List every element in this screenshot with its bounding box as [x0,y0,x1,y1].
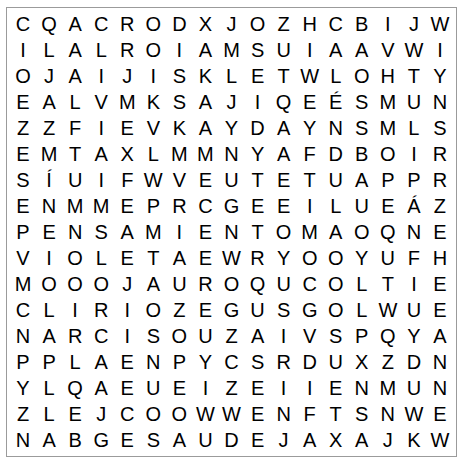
grid-cell-r9c2[interactable]: E [36,219,62,245]
grid-cell-r1c16[interactable]: J [401,11,427,37]
grid-cell-r6c8[interactable]: M [192,141,218,167]
grid-cell-r16c8[interactable]: W [192,401,218,427]
grid-cell-r14c12[interactable]: D [297,349,323,375]
grid-cell-r5c16[interactable]: L [401,115,427,141]
grid-cell-r5c11[interactable]: A [271,115,297,141]
grid-cell-r11c12[interactable]: C [297,271,323,297]
grid-cell-r6c2[interactable]: M [36,141,62,167]
grid-cell-r17c16[interactable]: K [401,427,427,453]
grid-cell-r9c14[interactable]: O [349,219,375,245]
grid-cell-r13c16[interactable]: Y [401,323,427,349]
grid-cell-r14c2[interactable]: P [36,349,62,375]
grid-cell-r7c4[interactable]: I [88,167,114,193]
grid-cell-r11c4[interactable]: O [88,271,114,297]
grid-cell-r5c5[interactable]: E [114,115,140,141]
grid-cell-r13c9[interactable]: Z [218,323,244,349]
grid-cell-r2c4[interactable]: L [88,37,114,63]
grid-cell-r13c17[interactable]: A [427,323,453,349]
grid-cell-r2c2[interactable]: L [36,37,62,63]
grid-cell-r7c12[interactable]: T [297,167,323,193]
grid-cell-r1c8[interactable]: X [192,11,218,37]
grid-cell-r11c1[interactable]: M [10,271,36,297]
grid-cell-r5c3[interactable]: F [62,115,88,141]
grid-cell-r17c14[interactable]: A [349,427,375,453]
grid-cell-r11c2[interactable]: O [36,271,62,297]
word-search-grid: CQACRODXJOZHCBIJWILALROIAMSUIAAVWIOJAIJI… [10,11,453,453]
grid-cell-r9c10[interactable]: T [245,219,271,245]
grid-cell-r7c15[interactable]: P [375,167,401,193]
grid-cell-r12c17[interactable]: E [427,297,453,323]
grid-cell-r1c13[interactable]: C [323,11,349,37]
grid-cell-r2c6[interactable]: O [140,37,166,63]
grid-cell-r8c4[interactable]: M [88,193,114,219]
grid-cell-r17c11[interactable]: J [271,427,297,453]
grid-cell-r2c7[interactable]: I [166,37,192,63]
grid-cell-r11c7[interactable]: U [166,271,192,297]
grid-cell-r4c3[interactable]: L [62,89,88,115]
grid-cell-r3c2[interactable]: J [36,63,62,89]
grid-cell-r2c14[interactable]: A [349,37,375,63]
grid-cell-r15c12[interactable]: I [297,375,323,401]
grid-cell-r17c8[interactable]: U [192,427,218,453]
grid-cell-r8c16[interactable]: Á [401,193,427,219]
grid-cell-r14c16[interactable]: D [401,349,427,375]
grid-cell-r17c17[interactable]: W [427,427,453,453]
grid-cell-r1c6[interactable]: O [140,11,166,37]
grid-cell-r3c3[interactable]: A [62,63,88,89]
grid-cell-r9c13[interactable]: A [323,219,349,245]
grid-cell-r10c3[interactable]: O [62,245,88,271]
grid-cell-r12c2[interactable]: L [36,297,62,323]
grid-cell-r6c7[interactable]: M [166,141,192,167]
grid-cell-r14c13[interactable]: U [323,349,349,375]
grid-cell-r6c13[interactable]: D [323,141,349,167]
grid-cell-r1c15[interactable]: I [375,11,401,37]
grid-cell-r17c5[interactable]: E [114,427,140,453]
grid-cell-r17c6[interactable]: S [140,427,166,453]
grid-cell-r4c4[interactable]: V [88,89,114,115]
grid-cell-r6c17[interactable]: R [427,141,453,167]
grid-cell-r6c11[interactable]: A [271,141,297,167]
grid-cell-r16c7[interactable]: O [166,401,192,427]
grid-cell-r11c11[interactable]: U [271,271,297,297]
grid-cell-r1c10[interactable]: O [245,11,271,37]
grid-cell-r14c6[interactable]: N [140,349,166,375]
grid-cell-r1c12[interactable]: H [297,11,323,37]
grid-cell-r13c6[interactable]: S [140,323,166,349]
grid-cell-r5c4[interactable]: I [88,115,114,141]
word-search-board: CQACRODXJOZHCBIJWILALROIAMSUIAAVWIOJAIJI… [6,7,457,457]
grid-cell-r10c8[interactable]: E [192,245,218,271]
grid-cell-r10c6[interactable]: T [140,245,166,271]
grid-cell-r7c5[interactable]: F [114,167,140,193]
grid-cell-r12c11[interactable]: S [271,297,297,323]
grid-cell-r13c12[interactable]: V [297,323,323,349]
grid-cell-r7c16[interactable]: P [401,167,427,193]
grid-cell-r9c8[interactable]: E [192,219,218,245]
grid-cell-r8c9[interactable]: G [218,193,244,219]
grid-cell-r4c13[interactable]: É [323,89,349,115]
grid-cell-r16c3[interactable]: E [62,401,88,427]
grid-cell-r4c5[interactable]: M [114,89,140,115]
grid-cell-r10c12[interactable]: O [297,245,323,271]
grid-cell-r13c1[interactable]: N [10,323,36,349]
grid-cell-r5c14[interactable]: S [349,115,375,141]
grid-cell-r11c10[interactable]: Q [245,271,271,297]
grid-cell-r5c6[interactable]: V [140,115,166,141]
grid-cell-r13c13[interactable]: S [323,323,349,349]
grid-cell-r11c5[interactable]: J [114,271,140,297]
grid-cell-r12c16[interactable]: U [401,297,427,323]
grid-cell-r6c9[interactable]: N [218,141,244,167]
grid-cell-r17c1[interactable]: N [10,427,36,453]
grid-cell-r12c1[interactable]: C [10,297,36,323]
grid-cell-r8c12[interactable]: I [297,193,323,219]
grid-cell-r8c6[interactable]: P [140,193,166,219]
grid-cell-r16c4[interactable]: J [88,401,114,427]
grid-cell-r8c3[interactable]: M [62,193,88,219]
grid-cell-r10c14[interactable]: Y [349,245,375,271]
grid-cell-r2c3[interactable]: A [62,37,88,63]
grid-cell-r6c4[interactable]: A [88,141,114,167]
grid-cell-r15c14[interactable]: N [349,375,375,401]
grid-cell-r3c4[interactable]: I [88,63,114,89]
grid-cell-r10c13[interactable]: O [323,245,349,271]
grid-cell-r16c6[interactable]: O [140,401,166,427]
grid-cell-r10c16[interactable]: F [401,245,427,271]
grid-cell-r1c17[interactable]: W [427,11,453,37]
grid-cell-r17c13[interactable]: X [323,427,349,453]
grid-cell-r2c10[interactable]: S [245,37,271,63]
grid-cell-r1c2[interactable]: Q [36,11,62,37]
grid-cell-r7c1[interactable]: S [10,167,36,193]
grid-cell-r8c14[interactable]: U [349,193,375,219]
grid-cell-r16c17[interactable]: E [427,401,453,427]
grid-cell-r13c8[interactable]: U [192,323,218,349]
grid-cell-r12c7[interactable]: Z [166,297,192,323]
grid-cell-r1c5[interactable]: R [114,11,140,37]
grid-cell-r9c5[interactable]: A [114,219,140,245]
grid-cell-r16c12[interactable]: F [297,401,323,427]
grid-cell-r15c1[interactable]: Y [10,375,36,401]
grid-cell-r4c12[interactable]: E [297,89,323,115]
grid-cell-r8c7[interactable]: R [166,193,192,219]
grid-cell-r10c5[interactable]: E [114,245,140,271]
grid-cell-r11c13[interactable]: O [323,271,349,297]
grid-cell-r15c7[interactable]: E [166,375,192,401]
grid-cell-r3c11[interactable]: T [271,63,297,89]
grid-cell-r16c13[interactable]: T [323,401,349,427]
grid-cell-r17c15[interactable]: J [375,427,401,453]
grid-cell-r2c15[interactable]: V [375,37,401,63]
grid-cell-r3c8[interactable]: K [192,63,218,89]
grid-cell-r11c14[interactable]: L [349,271,375,297]
grid-cell-r4c11[interactable]: Q [271,89,297,115]
grid-cell-r14c11[interactable]: R [271,349,297,375]
grid-cell-r12c9[interactable]: G [218,297,244,323]
grid-cell-r8c2[interactable]: N [36,193,62,219]
grid-cell-r5c7[interactable]: K [166,115,192,141]
grid-cell-r15c8[interactable]: I [192,375,218,401]
grid-cell-r6c14[interactable]: B [349,141,375,167]
grid-cell-r5c2[interactable]: Z [36,115,62,141]
grid-cell-r9c17[interactable]: E [427,219,453,245]
grid-cell-r2c5[interactable]: R [114,37,140,63]
grid-cell-r2c11[interactable]: U [271,37,297,63]
grid-cell-r16c16[interactable]: W [401,401,427,427]
grid-cell-r13c11[interactable]: I [271,323,297,349]
grid-cell-r15c17[interactable]: N [427,375,453,401]
grid-cell-r6c15[interactable]: O [375,141,401,167]
grid-cell-r14c15[interactable]: Z [375,349,401,375]
grid-cell-r14c1[interactable]: P [10,349,36,375]
grid-cell-r7c6[interactable]: W [140,167,166,193]
grid-cell-r8c17[interactable]: Z [427,193,453,219]
grid-cell-r7c11[interactable]: E [271,167,297,193]
grid-cell-r3c7[interactable]: S [166,63,192,89]
grid-cell-r4c14[interactable]: S [349,89,375,115]
grid-cell-r12c6[interactable]: O [140,297,166,323]
grid-cell-r7c17[interactable]: R [427,167,453,193]
grid-cell-r11c16[interactable]: I [401,271,427,297]
grid-cell-r14c17[interactable]: N [427,349,453,375]
grid-cell-r1c4[interactable]: C [88,11,114,37]
grid-cell-r10c7[interactable]: A [166,245,192,271]
grid-cell-r8c1[interactable]: E [10,193,36,219]
grid-cell-r15c6[interactable]: U [140,375,166,401]
grid-cell-r2c16[interactable]: W [401,37,427,63]
grid-cell-r7c8[interactable]: E [192,167,218,193]
grid-cell-r9c1[interactable]: P [10,219,36,245]
grid-cell-r12c4[interactable]: R [88,297,114,323]
grid-cell-r10c10[interactable]: R [245,245,271,271]
grid-cell-r3c6[interactable]: I [140,63,166,89]
grid-cell-r4c9[interactable]: J [218,89,244,115]
grid-cell-r16c2[interactable]: L [36,401,62,427]
grid-cell-r15c2[interactable]: L [36,375,62,401]
grid-cell-r9c9[interactable]: N [218,219,244,245]
grid-cell-r5c8[interactable]: A [192,115,218,141]
grid-cell-r9c7[interactable]: I [166,219,192,245]
grid-cell-r15c3[interactable]: Q [62,375,88,401]
grid-cell-r9c3[interactable]: N [62,219,88,245]
grid-cell-r3c14[interactable]: O [349,63,375,89]
grid-cell-r16c1[interactable]: Z [10,401,36,427]
grid-cell-r6c5[interactable]: X [114,141,140,167]
grid-cell-r3c9[interactable]: L [218,63,244,89]
grid-cell-r12c14[interactable]: L [349,297,375,323]
grid-cell-r4c7[interactable]: S [166,89,192,115]
grid-cell-r1c14[interactable]: B [349,11,375,37]
grid-cell-r4c1[interactable]: E [10,89,36,115]
grid-cell-r15c5[interactable]: E [114,375,140,401]
grid-cell-r1c1[interactable]: C [10,11,36,37]
grid-cell-r14c10[interactable]: S [245,349,271,375]
grid-cell-r7c10[interactable]: T [245,167,271,193]
grid-cell-r14c4[interactable]: A [88,349,114,375]
grid-cell-r16c5[interactable]: C [114,401,140,427]
grid-cell-r12c3[interactable]: I [62,297,88,323]
grid-cell-r1c3[interactable]: A [62,11,88,37]
grid-cell-r9c11[interactable]: O [271,219,297,245]
grid-cell-r7c7[interactable]: V [166,167,192,193]
grid-cell-r8c8[interactable]: C [192,193,218,219]
grid-cell-r16c15[interactable]: N [375,401,401,427]
grid-cell-r6c16[interactable]: I [401,141,427,167]
grid-cell-r6c10[interactable]: Y [245,141,271,167]
grid-cell-r9c15[interactable]: Q [375,219,401,245]
grid-cell-r13c10[interactable]: A [245,323,271,349]
grid-cell-r17c7[interactable]: A [166,427,192,453]
grid-cell-r17c9[interactable]: D [218,427,244,453]
grid-cell-r5c12[interactable]: Y [297,115,323,141]
grid-cell-r13c3[interactable]: R [62,323,88,349]
grid-cell-r5c9[interactable]: Y [218,115,244,141]
grid-cell-r9c4[interactable]: S [88,219,114,245]
grid-cell-r4c10[interactable]: I [245,89,271,115]
grid-cell-r13c15[interactable]: Q [375,323,401,349]
grid-cell-r4c8[interactable]: A [192,89,218,115]
grid-cell-r6c12[interactable]: F [297,141,323,167]
grid-cell-r15c15[interactable]: M [375,375,401,401]
grid-cell-r12c10[interactable]: U [245,297,271,323]
grid-cell-r13c2[interactable]: A [36,323,62,349]
grid-cell-r8c11[interactable]: E [271,193,297,219]
grid-cell-r10c2[interactable]: I [36,245,62,271]
grid-cell-r2c13[interactable]: A [323,37,349,63]
grid-cell-r16c9[interactable]: W [218,401,244,427]
grid-cell-r17c2[interactable]: A [36,427,62,453]
grid-cell-r10c15[interactable]: U [375,245,401,271]
grid-cell-r17c12[interactable]: A [297,427,323,453]
grid-cell-r14c3[interactable]: L [62,349,88,375]
grid-cell-r6c3[interactable]: T [62,141,88,167]
grid-cell-r2c8[interactable]: A [192,37,218,63]
grid-cell-r7c3[interactable]: U [62,167,88,193]
grid-cell-r11c15[interactable]: T [375,271,401,297]
grid-cell-r5c17[interactable]: S [427,115,453,141]
grid-cell-r15c9[interactable]: Z [218,375,244,401]
grid-cell-r7c2[interactable]: Í [36,167,62,193]
grid-cell-r11c6[interactable]: A [140,271,166,297]
grid-cell-r12c12[interactable]: G [297,297,323,323]
grid-cell-r3c10[interactable]: E [245,63,271,89]
grid-cell-r13c5[interactable]: I [114,323,140,349]
grid-cell-r7c9[interactable]: U [218,167,244,193]
grid-cell-r15c13[interactable]: E [323,375,349,401]
grid-cell-r8c5[interactable]: E [114,193,140,219]
grid-cell-r5c13[interactable]: N [323,115,349,141]
grid-cell-r7c13[interactable]: U [323,167,349,193]
grid-cell-r7c14[interactable]: A [349,167,375,193]
grid-cell-r3c13[interactable]: L [323,63,349,89]
grid-cell-r13c7[interactable]: O [166,323,192,349]
grid-cell-r3c5[interactable]: J [114,63,140,89]
grid-cell-r1c7[interactable]: D [166,11,192,37]
grid-cell-r9c6[interactable]: M [140,219,166,245]
grid-cell-r14c9[interactable]: C [218,349,244,375]
grid-cell-r13c4[interactable]: C [88,323,114,349]
grid-cell-r4c17[interactable]: N [427,89,453,115]
grid-cell-r4c6[interactable]: K [140,89,166,115]
grid-cell-r13c14[interactable]: P [349,323,375,349]
grid-cell-r12c15[interactable]: W [375,297,401,323]
grid-cell-r10c1[interactable]: V [10,245,36,271]
grid-cell-r8c13[interactable]: L [323,193,349,219]
grid-cell-r5c15[interactable]: M [375,115,401,141]
grid-cell-r15c16[interactable]: U [401,375,427,401]
grid-cell-r1c9[interactable]: J [218,11,244,37]
grid-cell-r2c12[interactable]: I [297,37,323,63]
grid-cell-r12c5[interactable]: I [114,297,140,323]
grid-cell-r16c11[interactable]: N [271,401,297,427]
grid-cell-r12c13[interactable]: O [323,297,349,323]
grid-cell-r2c17[interactable]: I [427,37,453,63]
grid-cell-r5c10[interactable]: D [245,115,271,141]
grid-cell-r17c4[interactable]: G [88,427,114,453]
grid-cell-r17c10[interactable]: E [245,427,271,453]
grid-cell-r3c12[interactable]: W [297,63,323,89]
grid-cell-r10c17[interactable]: H [427,245,453,271]
grid-cell-r16c14[interactable]: S [349,401,375,427]
grid-cell-r15c4[interactable]: A [88,375,114,401]
grid-cell-r17c3[interactable]: B [62,427,88,453]
grid-cell-r10c9[interactable]: W [218,245,244,271]
grid-cell-r2c9[interactable]: M [218,37,244,63]
grid-cell-r11c3[interactable]: O [62,271,88,297]
grid-cell-r3c16[interactable]: T [401,63,427,89]
grid-cell-r6c6[interactable]: L [140,141,166,167]
grid-cell-r11c9[interactable]: O [218,271,244,297]
grid-cell-r3c15[interactable]: H [375,63,401,89]
grid-cell-r2c1[interactable]: I [10,37,36,63]
grid-cell-r9c16[interactable]: N [401,219,427,245]
grid-cell-r8c10[interactable]: E [245,193,271,219]
grid-cell-r3c17[interactable]: Y [427,63,453,89]
grid-cell-r11c8[interactable]: R [192,271,218,297]
grid-cell-r1c11[interactable]: Z [271,11,297,37]
grid-cell-r6c1[interactable]: E [10,141,36,167]
grid-cell-r14c7[interactable]: P [166,349,192,375]
grid-cell-r4c16[interactable]: U [401,89,427,115]
grid-cell-r12c8[interactable]: E [192,297,218,323]
grid-cell-r4c2[interactable]: A [36,89,62,115]
grid-cell-r9c12[interactable]: M [297,219,323,245]
grid-cell-r14c5[interactable]: E [114,349,140,375]
grid-cell-r15c10[interactable]: E [245,375,271,401]
grid-cell-r15c11[interactable]: I [271,375,297,401]
grid-cell-r11c17[interactable]: E [427,271,453,297]
grid-cell-r5c1[interactable]: Z [10,115,36,141]
grid-cell-r16c10[interactable]: E [245,401,271,427]
grid-cell-r3c1[interactable]: O [10,63,36,89]
grid-cell-r10c11[interactable]: Y [271,245,297,271]
grid-cell-r10c4[interactable]: L [88,245,114,271]
grid-cell-r8c15[interactable]: E [375,193,401,219]
grid-cell-r14c8[interactable]: Y [192,349,218,375]
grid-cell-r14c14[interactable]: X [349,349,375,375]
grid-cell-r4c15[interactable]: M [375,89,401,115]
